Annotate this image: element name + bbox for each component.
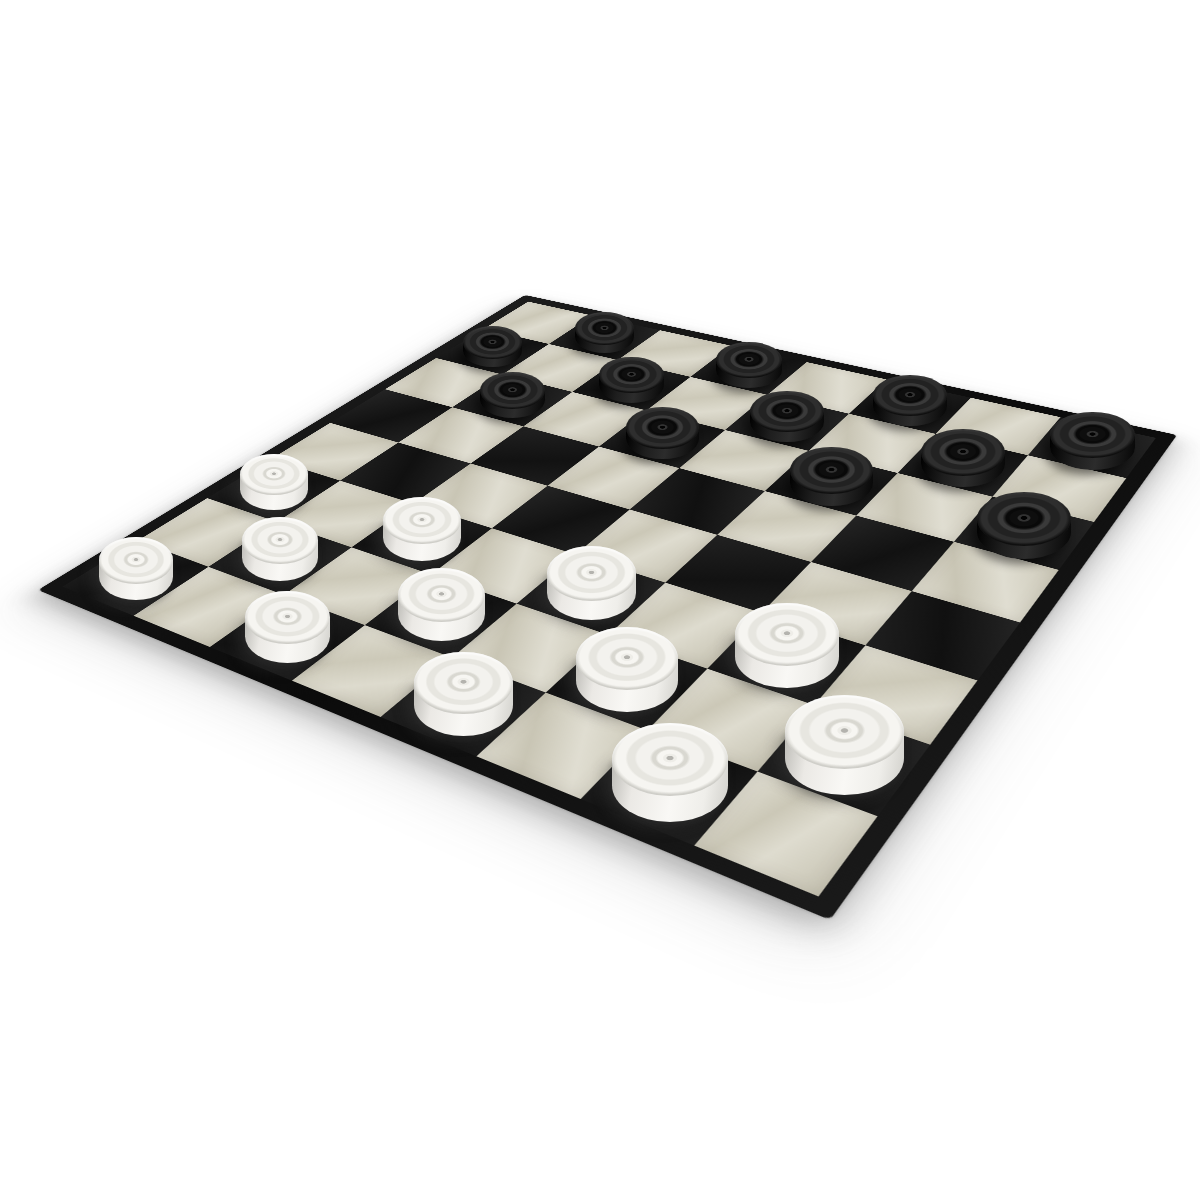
black-checker-piece[interactable]: ⛂ xyxy=(716,342,782,388)
black-checker-top xyxy=(480,372,545,409)
black-checker-piece[interactable]: ⛂ xyxy=(750,391,824,443)
black-checker-top xyxy=(1050,412,1135,458)
white-checker-top xyxy=(383,497,461,544)
white-checker-piece[interactable]: ⛀ xyxy=(785,695,904,795)
white-checker-piece[interactable]: ⛀ xyxy=(735,603,839,689)
white-checker-top xyxy=(240,454,308,496)
black-checker-piece[interactable]: ⛂ xyxy=(790,447,872,506)
white-checker-top xyxy=(735,603,839,666)
pieces-layer: ⛂⛂⛂⛂⛂⛂⛂⛂⛂⛂⛂⛂⛀⛀⛀⛀⛀⛀⛀⛀⛀⛀⛀⛀ xyxy=(0,0,1200,1200)
black-checker-piece[interactable]: ⛂ xyxy=(463,326,522,367)
white-checker-piece[interactable]: ⛀ xyxy=(99,537,173,600)
white-checker-top xyxy=(398,568,485,622)
black-checker-piece[interactable]: ⛂ xyxy=(921,429,1005,488)
white-checker-piece[interactable]: ⛀ xyxy=(242,517,318,581)
black-checker-top xyxy=(716,342,782,378)
white-checker-piece[interactable]: ⛀ xyxy=(547,546,636,620)
black-checker-piece[interactable]: ⛂ xyxy=(1050,412,1135,470)
black-checker-top xyxy=(750,391,824,432)
black-checker-top xyxy=(790,447,872,494)
white-checker-top xyxy=(99,537,173,584)
black-checker-piece[interactable]: ⛂ xyxy=(575,312,635,353)
white-checker-piece[interactable]: ⛀ xyxy=(612,723,728,822)
black-checker-piece[interactable]: ⛂ xyxy=(873,375,948,426)
white-checker-piece[interactable]: ⛀ xyxy=(240,454,308,511)
black-checker-top xyxy=(626,407,699,449)
black-checker-top xyxy=(921,429,1005,476)
black-checker-piece[interactable]: ⛂ xyxy=(599,357,665,403)
white-checker-piece[interactable]: ⛀ xyxy=(414,652,513,736)
white-checker-top xyxy=(414,652,513,714)
white-checker-top xyxy=(576,627,677,690)
white-checker-piece[interactable]: ⛀ xyxy=(245,591,330,663)
black-checker-top xyxy=(873,375,948,416)
white-checker-top xyxy=(612,723,728,797)
product-photo-scene: ⛂⛂⛂⛂⛂⛂⛂⛂⛂⛂⛂⛂⛀⛀⛀⛀⛀⛀⛀⛀⛀⛀⛀⛀ xyxy=(0,0,1200,1200)
white-checker-top xyxy=(785,695,904,769)
black-checker-piece[interactable]: ⛂ xyxy=(626,407,699,459)
black-checker-piece[interactable]: ⛂ xyxy=(977,492,1071,559)
white-checker-piece[interactable]: ⛀ xyxy=(576,627,677,712)
white-checker-top xyxy=(242,517,318,564)
black-checker-top xyxy=(977,492,1071,546)
black-checker-top xyxy=(575,312,635,345)
black-checker-top xyxy=(463,326,522,359)
white-checker-top xyxy=(245,591,330,645)
black-checker-piece[interactable]: ⛂ xyxy=(480,372,545,418)
white-checker-piece[interactable]: ⛀ xyxy=(383,497,461,561)
white-checker-top xyxy=(547,546,636,600)
white-checker-piece[interactable]: ⛀ xyxy=(398,568,485,641)
